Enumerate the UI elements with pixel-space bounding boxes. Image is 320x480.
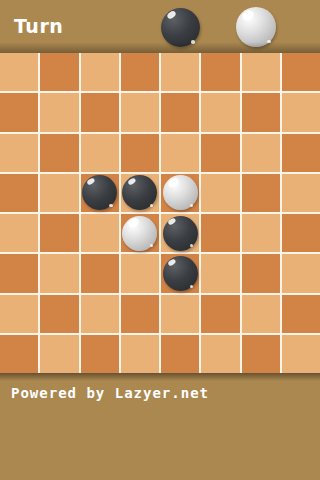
board-cell[interactable] <box>81 93 119 131</box>
board-cell[interactable] <box>40 174 78 212</box>
board-cell[interactable] <box>282 335 320 373</box>
board-cell[interactable] <box>201 174 239 212</box>
board-cell[interactable] <box>282 295 320 333</box>
board-cell[interactable] <box>121 214 159 252</box>
board-cell[interactable] <box>201 93 239 131</box>
board-cell[interactable] <box>161 295 199 333</box>
black-disc <box>122 175 157 210</box>
board-cell[interactable] <box>121 134 159 172</box>
board-cell[interactable] <box>0 254 38 292</box>
board-cell[interactable] <box>40 53 78 91</box>
board-cell[interactable] <box>0 174 38 212</box>
board-cell[interactable] <box>161 214 199 252</box>
board-cell[interactable] <box>0 53 38 91</box>
board-cell[interactable] <box>0 295 38 333</box>
board-cell[interactable] <box>242 93 280 131</box>
board-cell[interactable] <box>282 214 320 252</box>
board-cell[interactable] <box>201 295 239 333</box>
black-disc <box>82 175 117 210</box>
board-cell[interactable] <box>161 335 199 373</box>
white-disc <box>163 175 198 210</box>
black-disc <box>163 216 198 251</box>
board-cell[interactable] <box>282 134 320 172</box>
board-cell[interactable] <box>242 254 280 292</box>
board-cell[interactable] <box>201 134 239 172</box>
board-cell[interactable] <box>40 295 78 333</box>
board-cell[interactable] <box>242 214 280 252</box>
black-disc-indicator <box>161 8 200 47</box>
board-cell[interactable] <box>121 335 159 373</box>
board-cell[interactable] <box>282 254 320 292</box>
board-cell[interactable] <box>81 254 119 292</box>
header: Turn <box>0 0 320 53</box>
board-cell[interactable] <box>242 335 280 373</box>
board-cell[interactable] <box>81 335 119 373</box>
turn-label: Turn <box>14 15 63 37</box>
white-disc <box>122 216 157 251</box>
board-cell[interactable] <box>242 53 280 91</box>
board-cell[interactable] <box>121 295 159 333</box>
board-cell[interactable] <box>81 53 119 91</box>
board-cell[interactable] <box>282 174 320 212</box>
board-cell[interactable] <box>40 134 78 172</box>
board-cell[interactable] <box>0 214 38 252</box>
board-cell[interactable] <box>242 174 280 212</box>
footer: Powered by Lazyer.net <box>0 373 320 480</box>
board-cell[interactable] <box>40 214 78 252</box>
board-cell[interactable] <box>81 134 119 172</box>
board-cell[interactable] <box>201 335 239 373</box>
othello-board <box>0 53 320 373</box>
board-cell[interactable] <box>40 93 78 131</box>
board-cell[interactable] <box>242 134 280 172</box>
white-disc-indicator <box>236 7 276 47</box>
board-cell[interactable] <box>161 53 199 91</box>
board-cell[interactable] <box>161 134 199 172</box>
board-cell[interactable] <box>121 254 159 292</box>
board-cell[interactable] <box>201 53 239 91</box>
board-cell[interactable] <box>201 214 239 252</box>
board-cell[interactable] <box>121 53 159 91</box>
board-cell[interactable] <box>282 93 320 131</box>
board-cell[interactable] <box>40 335 78 373</box>
board-cell[interactable] <box>0 335 38 373</box>
credit-text: Powered by Lazyer.net <box>11 385 209 401</box>
board-cell[interactable] <box>161 254 199 292</box>
board-cell[interactable] <box>81 174 119 212</box>
board-cell[interactable] <box>121 174 159 212</box>
black-disc <box>163 256 198 291</box>
board-cell[interactable] <box>81 214 119 252</box>
board-cell[interactable] <box>81 295 119 333</box>
board-cell[interactable] <box>161 93 199 131</box>
board-cell[interactable] <box>0 134 38 172</box>
board-cell[interactable] <box>121 93 159 131</box>
app-screen: Turn Powered by Lazyer.net <box>0 0 320 480</box>
board-cell[interactable] <box>201 254 239 292</box>
board-cell[interactable] <box>282 53 320 91</box>
board-cell[interactable] <box>40 254 78 292</box>
board-cell[interactable] <box>161 174 199 212</box>
board-cell[interactable] <box>0 93 38 131</box>
board-cell[interactable] <box>242 295 280 333</box>
